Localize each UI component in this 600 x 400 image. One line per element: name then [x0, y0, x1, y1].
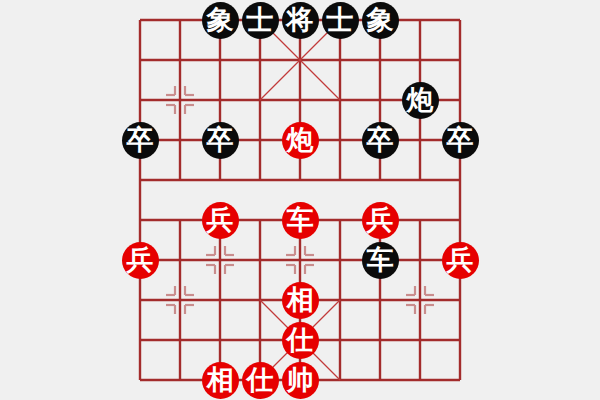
intersection-c8-r9[interactable]	[440, 360, 480, 400]
intersection-c1-r3[interactable]	[160, 120, 200, 160]
intersection-c3-r8[interactable]	[240, 320, 280, 360]
xiangqi-app-screen: 象士将士象炮卒卒炮卒卒兵车兵兵车兵相仕相仕帅	[0, 0, 600, 400]
intersection-c8-r8[interactable]	[440, 320, 480, 360]
intersection-c2-r6[interactable]	[200, 240, 240, 280]
intersection-c1-r1[interactable]	[160, 40, 200, 80]
piece-red-pawn[interactable]: 兵	[362, 202, 399, 239]
intersection-c5-r6[interactable]	[320, 240, 360, 280]
piece-red-elephant[interactable]: 相	[282, 282, 319, 319]
piece-black-general[interactable]: 将	[282, 2, 319, 39]
intersection-c0-r0[interactable]	[120, 0, 160, 40]
intersection-c2-r1[interactable]	[200, 40, 240, 80]
intersection-c7-r3[interactable]	[400, 120, 440, 160]
intersection-c5-r2[interactable]	[320, 80, 360, 120]
intersection-c0-r7[interactable]	[120, 280, 160, 320]
intersection-c8-r1[interactable]	[440, 40, 480, 80]
intersection-c4-r4[interactable]	[280, 160, 320, 200]
intersection-c2-r4[interactable]	[200, 160, 240, 200]
piece-black-pawn[interactable]: 卒	[122, 122, 159, 159]
intersection-c5-r5[interactable]	[320, 200, 360, 240]
intersection-c0-r5[interactable]	[120, 200, 160, 240]
intersection-c7-r6[interactable]	[400, 240, 440, 280]
intersection-c3-r4[interactable]	[240, 160, 280, 200]
piece-red-cannon[interactable]: 炮	[282, 122, 319, 159]
piece-black-elephant[interactable]: 象	[362, 2, 399, 39]
intersection-c0-r9[interactable]	[120, 360, 160, 400]
intersection-c3-r3[interactable]	[240, 120, 280, 160]
intersection-c6-r2[interactable]	[360, 80, 400, 120]
intersection-c6-r8[interactable]	[360, 320, 400, 360]
intersection-c7-r7[interactable]	[400, 280, 440, 320]
piece-black-pawn[interactable]: 卒	[442, 122, 479, 159]
piece-black-advisor[interactable]: 士	[322, 2, 359, 39]
intersection-c3-r7[interactable]	[240, 280, 280, 320]
intersection-c5-r8[interactable]	[320, 320, 360, 360]
intersection-c3-r1[interactable]	[240, 40, 280, 80]
intersection-c5-r4[interactable]	[320, 160, 360, 200]
intersection-c7-r4[interactable]	[400, 160, 440, 200]
intersection-c2-r7[interactable]	[200, 280, 240, 320]
intersection-c2-r8[interactable]	[200, 320, 240, 360]
intersection-c0-r8[interactable]	[120, 320, 160, 360]
intersection-c5-r1[interactable]	[320, 40, 360, 80]
intersection-c8-r2[interactable]	[440, 80, 480, 120]
intersection-c6-r9[interactable]	[360, 360, 400, 400]
intersection-c5-r7[interactable]	[320, 280, 360, 320]
intersection-c8-r7[interactable]	[440, 280, 480, 320]
intersection-c5-r3[interactable]	[320, 120, 360, 160]
piece-red-pawn[interactable]: 兵	[442, 242, 479, 279]
piece-black-advisor[interactable]: 士	[242, 2, 279, 39]
piece-red-pawn[interactable]: 兵	[122, 242, 159, 279]
intersection-c7-r1[interactable]	[400, 40, 440, 80]
intersection-c6-r7[interactable]	[360, 280, 400, 320]
piece-red-pawn[interactable]: 兵	[202, 202, 239, 239]
intersection-c8-r0[interactable]	[440, 0, 480, 40]
intersection-c1-r4[interactable]	[160, 160, 200, 200]
intersection-c0-r1[interactable]	[120, 40, 160, 80]
piece-black-cannon[interactable]: 炮	[402, 82, 439, 119]
intersection-c7-r8[interactable]	[400, 320, 440, 360]
intersection-c2-r2[interactable]	[200, 80, 240, 120]
intersection-c4-r6[interactable]	[280, 240, 320, 280]
piece-red-general[interactable]: 帅	[282, 362, 319, 399]
intersection-c0-r4[interactable]	[120, 160, 160, 200]
piece-red-chariot[interactable]: 车	[282, 202, 319, 239]
intersection-c8-r4[interactable]	[440, 160, 480, 200]
intersection-c6-r4[interactable]	[360, 160, 400, 200]
intersection-c0-r2[interactable]	[120, 80, 160, 120]
intersection-c6-r1[interactable]	[360, 40, 400, 80]
intersection-c7-r9[interactable]	[400, 360, 440, 400]
piece-black-pawn[interactable]: 卒	[202, 122, 239, 159]
piece-red-advisor[interactable]: 仕	[242, 362, 279, 399]
intersection-c1-r7[interactable]	[160, 280, 200, 320]
piece-red-elephant[interactable]: 相	[202, 362, 239, 399]
piece-black-chariot[interactable]: 车	[362, 242, 399, 279]
intersection-c3-r6[interactable]	[240, 240, 280, 280]
intersection-c1-r0[interactable]	[160, 0, 200, 40]
piece-black-elephant[interactable]: 象	[202, 2, 239, 39]
intersection-c1-r2[interactable]	[160, 80, 200, 120]
intersection-c1-r5[interactable]	[160, 200, 200, 240]
intersection-c1-r6[interactable]	[160, 240, 200, 280]
piece-red-advisor[interactable]: 仕	[282, 322, 319, 359]
intersection-c3-r5[interactable]	[240, 200, 280, 240]
intersection-c1-r9[interactable]	[160, 360, 200, 400]
intersection-c8-r5[interactable]	[440, 200, 480, 240]
intersection-c7-r5[interactable]	[400, 200, 440, 240]
intersection-c7-r0[interactable]	[400, 0, 440, 40]
piece-black-pawn[interactable]: 卒	[362, 122, 399, 159]
intersection-c4-r1[interactable]	[280, 40, 320, 80]
intersection-c4-r2[interactable]	[280, 80, 320, 120]
xiangqi-board: 象士将士象炮卒卒炮卒卒兵车兵兵车兵相仕相仕帅	[120, 0, 480, 400]
intersection-c3-r2[interactable]	[240, 80, 280, 120]
intersection-c1-r8[interactable]	[160, 320, 200, 360]
intersection-c5-r9[interactable]	[320, 360, 360, 400]
